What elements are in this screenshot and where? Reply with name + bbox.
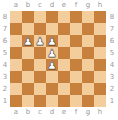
file-label-d: d xyxy=(46,107,58,120)
rank-labels-left: 87654321 xyxy=(0,11,10,107)
rank-label-4: 4 xyxy=(106,59,118,71)
square-b3[interactable] xyxy=(22,71,34,83)
square-c4[interactable] xyxy=(34,59,46,71)
square-g4[interactable] xyxy=(82,59,94,71)
square-g6[interactable] xyxy=(82,35,94,47)
square-e8[interactable] xyxy=(58,11,70,23)
file-label-e: e xyxy=(58,107,70,120)
rank-labels-right: 87654321 xyxy=(106,11,118,107)
file-labels-top: abcdefgh xyxy=(10,0,106,11)
square-h4[interactable] xyxy=(94,59,106,71)
file-label-g: g xyxy=(82,0,94,11)
file-label-h: h xyxy=(94,107,106,120)
rank-label-4: 4 xyxy=(0,59,10,71)
square-h1[interactable] xyxy=(94,95,106,107)
square-f6[interactable] xyxy=(70,35,82,47)
file-label-a: a xyxy=(10,0,22,11)
chess-diagram: abcdefgh 87654321 ♟♟♟♟♟ 87654321 abcdefg… xyxy=(0,0,118,120)
square-f5[interactable] xyxy=(70,47,82,59)
file-label-a: a xyxy=(10,107,22,120)
square-a4[interactable] xyxy=(10,59,22,71)
white-pawn-c6[interactable]: ♟ xyxy=(35,36,45,47)
rank-label-7: 7 xyxy=(106,23,118,35)
square-h2[interactable] xyxy=(94,83,106,95)
square-e1[interactable] xyxy=(58,95,70,107)
file-label-g: g xyxy=(82,107,94,120)
square-a5[interactable] xyxy=(10,47,22,59)
square-c1[interactable] xyxy=(34,95,46,107)
square-d3[interactable] xyxy=(46,71,58,83)
square-d7[interactable] xyxy=(46,23,58,35)
square-h3[interactable] xyxy=(94,71,106,83)
file-label-f: f xyxy=(70,107,82,120)
square-g5[interactable] xyxy=(82,47,94,59)
square-f1[interactable] xyxy=(70,95,82,107)
square-a7[interactable] xyxy=(10,23,22,35)
square-h8[interactable] xyxy=(94,11,106,23)
rank-label-6: 6 xyxy=(106,35,118,47)
square-c6[interactable]: ♟ xyxy=(34,35,46,47)
square-e6[interactable] xyxy=(58,35,70,47)
file-label-b: b xyxy=(22,107,34,120)
square-e2[interactable] xyxy=(58,83,70,95)
square-b1[interactable] xyxy=(22,95,34,107)
square-c5[interactable] xyxy=(34,47,46,59)
square-d6[interactable]: ♟ xyxy=(46,35,58,47)
square-d1[interactable] xyxy=(46,95,58,107)
square-d4[interactable]: ♟ xyxy=(46,59,58,71)
square-e7[interactable] xyxy=(58,23,70,35)
file-label-h: h xyxy=(94,0,106,11)
square-g1[interactable] xyxy=(82,95,94,107)
square-c3[interactable] xyxy=(34,71,46,83)
white-pawn-d6[interactable]: ♟ xyxy=(47,36,57,47)
rank-label-6: 6 xyxy=(0,35,10,47)
square-g2[interactable] xyxy=(82,83,94,95)
file-label-f: f xyxy=(70,0,82,11)
file-label-b: b xyxy=(22,0,34,11)
square-g7[interactable] xyxy=(82,23,94,35)
chess-board: ♟♟♟♟♟ xyxy=(10,11,106,107)
square-f3[interactable] xyxy=(70,71,82,83)
rank-label-3: 3 xyxy=(106,71,118,83)
square-d5[interactable]: ♟ xyxy=(46,47,58,59)
square-b5[interactable] xyxy=(22,47,34,59)
file-label-d: d xyxy=(46,0,58,11)
file-label-c: c xyxy=(34,0,46,11)
square-a8[interactable] xyxy=(10,11,22,23)
rank-label-1: 1 xyxy=(0,95,10,107)
square-c7[interactable] xyxy=(34,23,46,35)
square-e5[interactable] xyxy=(58,47,70,59)
square-e3[interactable] xyxy=(58,71,70,83)
square-b7[interactable] xyxy=(22,23,34,35)
square-b2[interactable] xyxy=(22,83,34,95)
square-f2[interactable] xyxy=(70,83,82,95)
square-b8[interactable] xyxy=(22,11,34,23)
file-label-c: c xyxy=(34,107,46,120)
rank-label-7: 7 xyxy=(0,23,10,35)
square-d8[interactable] xyxy=(46,11,58,23)
square-e4[interactable] xyxy=(58,59,70,71)
square-f4[interactable] xyxy=(70,59,82,71)
square-c8[interactable] xyxy=(34,11,46,23)
rank-label-8: 8 xyxy=(106,11,118,23)
square-b6[interactable]: ♟ xyxy=(22,35,34,47)
white-pawn-d4[interactable]: ♟ xyxy=(47,60,57,71)
white-pawn-d5[interactable]: ♟ xyxy=(47,48,57,59)
square-b4[interactable] xyxy=(22,59,34,71)
rank-label-5: 5 xyxy=(0,47,10,59)
square-a6[interactable] xyxy=(10,35,22,47)
white-pawn-b6[interactable]: ♟ xyxy=(23,36,33,47)
rank-label-3: 3 xyxy=(0,71,10,83)
square-a2[interactable] xyxy=(10,83,22,95)
square-g3[interactable] xyxy=(82,71,94,83)
rank-label-2: 2 xyxy=(106,83,118,95)
square-c2[interactable] xyxy=(34,83,46,95)
square-a1[interactable] xyxy=(10,95,22,107)
square-a3[interactable] xyxy=(10,71,22,83)
square-h6[interactable] xyxy=(94,35,106,47)
square-d2[interactable] xyxy=(46,83,58,95)
rank-label-2: 2 xyxy=(0,83,10,95)
rank-label-5: 5 xyxy=(106,47,118,59)
square-f8[interactable] xyxy=(70,11,82,23)
square-h5[interactable] xyxy=(94,47,106,59)
rank-label-1: 1 xyxy=(106,95,118,107)
square-g8[interactable] xyxy=(82,11,94,23)
file-label-e: e xyxy=(58,0,70,11)
rank-label-8: 8 xyxy=(0,11,10,23)
file-labels-bottom: abcdefgh xyxy=(10,107,106,120)
square-h7[interactable] xyxy=(94,23,106,35)
square-f7[interactable] xyxy=(70,23,82,35)
